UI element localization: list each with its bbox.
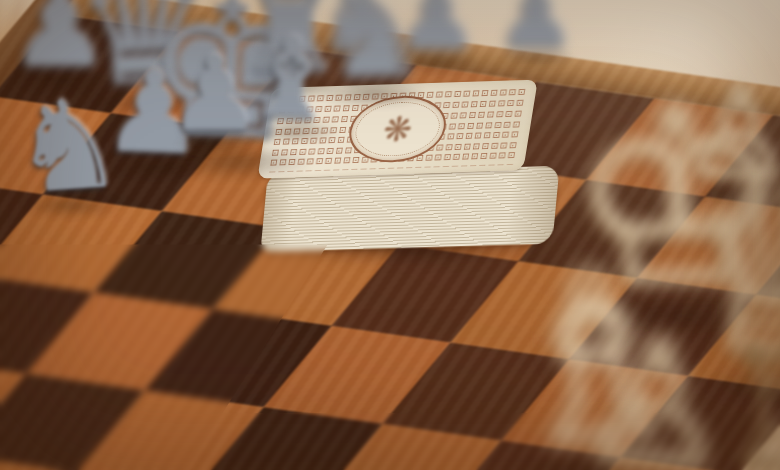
chess-scene: ⊡⊡⊡⊡⊡⊡⊡⊡⊡⊡⊡⊡⊡⊡⊡⊡⊡⊡⊡⊡⊡⊡⊡⊡⊡⊡⊡⊡⊡⊡⊡⊡⊡⊡⊡⊡⊡⊡⊡⊡… (0, 0, 780, 470)
cream-pawn-piece[interactable]: ♙ (569, 312, 740, 470)
grey-pawn-piece[interactable]: ♟ (496, 0, 577, 60)
grey-pawn-piece[interactable]: ♟ (394, 0, 480, 64)
cream-rook-piece[interactable]: ♖ (716, 326, 780, 470)
